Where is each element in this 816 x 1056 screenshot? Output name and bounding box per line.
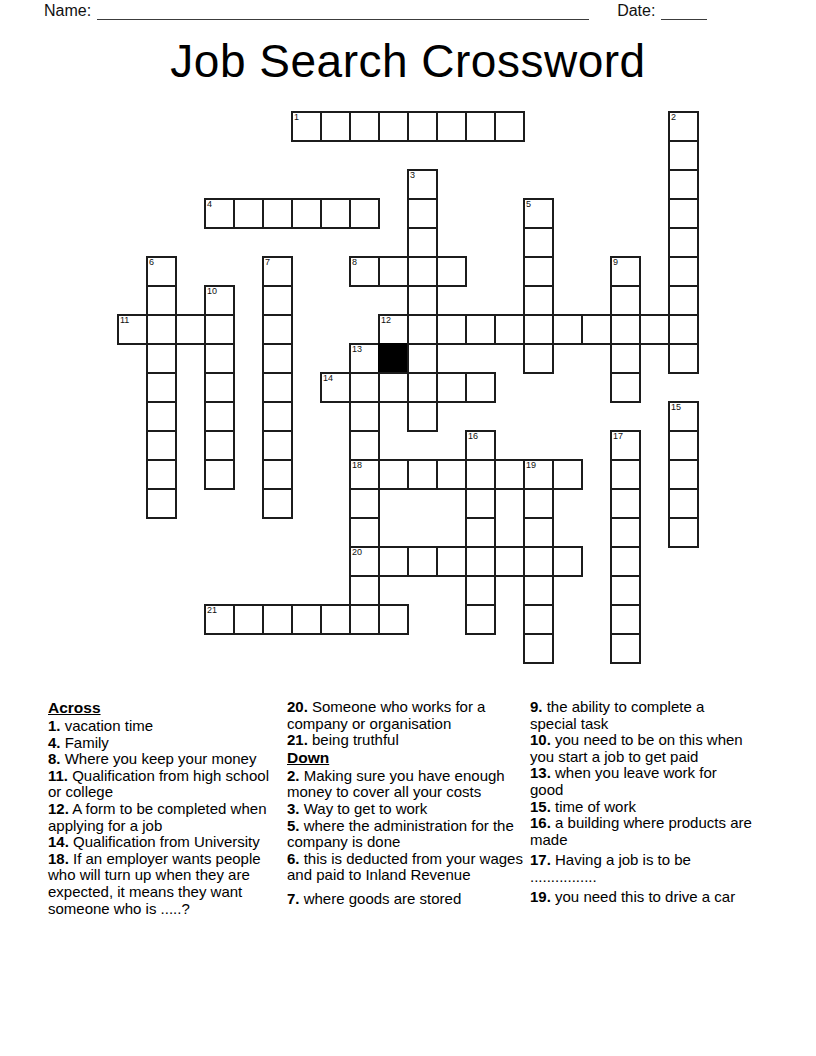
- grid-cell[interactable]: [610, 546, 641, 577]
- grid-cell[interactable]: [668, 169, 699, 200]
- grid-cell[interactable]: [407, 227, 438, 258]
- grid-cell[interactable]: [407, 314, 438, 345]
- grid-cell[interactable]: [494, 546, 525, 577]
- name-label: Name:: [44, 2, 91, 20]
- clue-number-label: 13.: [530, 764, 551, 781]
- grid-clue-number-12: 12: [381, 316, 391, 325]
- worksheet-header: Name: Date:: [44, 2, 772, 20]
- grid-cell[interactable]: [146, 488, 177, 519]
- clue-number-label: 6.: [287, 850, 300, 867]
- grid-cell[interactable]: [204, 314, 235, 345]
- grid-cell[interactable]: [465, 546, 496, 577]
- grid-cell[interactable]: [262, 314, 293, 345]
- grid-cell[interactable]: [610, 633, 641, 664]
- crossword-grid: 123456789101112131415161718192021: [117, 111, 699, 664]
- across-clue-18: 18. If an employer wants people who will…: [48, 851, 284, 917]
- grid-cell[interactable]: [436, 372, 467, 403]
- grid-cell[interactable]: [610, 604, 641, 635]
- grid-cell[interactable]: [262, 285, 293, 316]
- grid-cell[interactable]: [610, 517, 641, 548]
- date-blank-line[interactable]: [661, 4, 707, 20]
- grid-clue-number-2: 2: [671, 113, 676, 122]
- grid-cell[interactable]: [146, 285, 177, 316]
- grid-cell[interactable]: [378, 256, 409, 287]
- grid-cell[interactable]: [262, 430, 293, 461]
- grid-cell[interactable]: [436, 459, 467, 490]
- down-clue-5: 5. where the administration for the comp…: [287, 818, 531, 851]
- grid-cell[interactable]: [320, 604, 351, 635]
- grid-cell[interactable]: [465, 372, 496, 403]
- grid-cell[interactable]: [436, 546, 467, 577]
- grid-cell[interactable]: [494, 314, 525, 345]
- grid-cell[interactable]: [378, 546, 409, 577]
- clue-number-label: 17.: [530, 851, 551, 868]
- grid-cell[interactable]: [378, 372, 409, 403]
- grid-clue-number-4: 4: [207, 200, 212, 209]
- grid-cell[interactable]: [349, 488, 380, 519]
- grid-clue-number-16: 16: [468, 432, 478, 441]
- down-clue-6: 6. this is deducted from your wages and …: [287, 851, 531, 884]
- clue-number-label: 9.: [530, 698, 543, 715]
- grid-cell[interactable]: [523, 343, 554, 374]
- grid-cell[interactable]: [262, 488, 293, 519]
- grid-cell[interactable]: [494, 459, 525, 490]
- grid-cell[interactable]: [146, 430, 177, 461]
- grid-cell[interactable]: [465, 604, 496, 635]
- grid-cell[interactable]: [320, 111, 351, 142]
- across-clue-8: 8. Where you keep your money: [48, 751, 284, 768]
- grid-cell[interactable]: [175, 314, 206, 345]
- clue-number-label: 10.: [530, 731, 551, 748]
- grid-cell[interactable]: [668, 140, 699, 171]
- grid-cell[interactable]: [407, 198, 438, 229]
- grid-cell[interactable]: [523, 314, 554, 345]
- grid-clue-number-3: 3: [410, 171, 415, 180]
- grid-cell[interactable]: [610, 372, 641, 403]
- name-blank-line[interactable]: [97, 4, 589, 20]
- down-clue-15: 15. time of work: [530, 799, 752, 816]
- grid-cell[interactable]: [523, 546, 554, 577]
- down-clue-9: 9. the ability to complete a special tas…: [530, 699, 752, 732]
- grid-cell[interactable]: [668, 430, 699, 461]
- grid-clue-number-15: 15: [671, 403, 681, 412]
- down-clue-7: 7. where goods are stored: [287, 891, 531, 908]
- grid-cell[interactable]: [291, 198, 322, 229]
- grid-clue-number-10: 10: [207, 287, 217, 296]
- grid-cell[interactable]: [407, 546, 438, 577]
- clue-number-label: 19.: [530, 888, 551, 905]
- grid-cell[interactable]: [262, 343, 293, 374]
- across-clue-1: 1. vacation time: [48, 718, 284, 735]
- grid-cell[interactable]: [552, 459, 583, 490]
- grid-cell[interactable]: [407, 401, 438, 432]
- grid-cell[interactable]: [407, 111, 438, 142]
- grid-cell[interactable]: [523, 227, 554, 258]
- grid-cell[interactable]: [668, 314, 699, 345]
- grid-clue-number-21: 21: [207, 606, 217, 615]
- grid-cell[interactable]: [465, 459, 496, 490]
- grid-cell[interactable]: [146, 372, 177, 403]
- across-clue-20: 20. Someone who works for a company or o…: [287, 699, 531, 732]
- grid-cell[interactable]: [407, 285, 438, 316]
- date-label: Date:: [617, 2, 655, 20]
- down-clue-13: 13. when you leave work for good: [530, 765, 752, 798]
- grid-cell[interactable]: [407, 459, 438, 490]
- grid-cell[interactable]: [523, 488, 554, 519]
- across-clue-21: 21. being truthful: [287, 732, 531, 749]
- grid-cell[interactable]: [465, 488, 496, 519]
- grid-cell[interactable]: [436, 256, 467, 287]
- grid-cell[interactable]: [639, 314, 670, 345]
- clue-number-label: 7.: [287, 890, 300, 907]
- grid-cell[interactable]: [349, 401, 380, 432]
- grid-cell[interactable]: [262, 401, 293, 432]
- down-heading: Down: [287, 749, 531, 766]
- grid-cell[interactable]: [436, 314, 467, 345]
- grid-cell[interactable]: [465, 111, 496, 142]
- down-clue-3: 3. Way to get to work: [287, 801, 531, 818]
- grid-clue-number-11: 11: [120, 316, 129, 325]
- grid-cell[interactable]: [407, 256, 438, 287]
- across-heading: Across: [48, 699, 284, 716]
- grid-cell[interactable]: [204, 430, 235, 461]
- grid-cell[interactable]: [523, 517, 554, 548]
- grid-cell[interactable]: [523, 633, 554, 664]
- down-clue-2: 2. Making sure you have enough money to …: [287, 768, 531, 801]
- clue-number-label: 11.: [48, 767, 68, 784]
- grid-cell[interactable]: [668, 227, 699, 258]
- grid-cell[interactable]: [204, 343, 235, 374]
- clue-number-label: 8.: [48, 750, 61, 767]
- grid-cell[interactable]: [523, 256, 554, 287]
- down-clue-10: 10. you need to be on this when you star…: [530, 732, 752, 765]
- grid-cell[interactable]: [610, 314, 641, 345]
- grid-cell[interactable]: [378, 459, 409, 490]
- clues-column-3: 9. the ability to complete a special tas…: [530, 699, 752, 905]
- clue-number-label: 20.: [287, 698, 308, 715]
- grid-cell[interactable]: [668, 517, 699, 548]
- grid-clue-number-17: 17: [613, 432, 623, 441]
- grid-cell[interactable]: [291, 604, 322, 635]
- grid-cell[interactable]: [668, 488, 699, 519]
- clue-number-label: 4.: [48, 734, 61, 751]
- grid-cell[interactable]: [320, 198, 351, 229]
- grid-cell[interactable]: [204, 459, 235, 490]
- grid-cell[interactable]: [262, 459, 293, 490]
- grid-clue-number-1: 1: [294, 113, 299, 122]
- grid-cell[interactable]: [233, 604, 264, 635]
- clue-number-label: 16.: [530, 814, 551, 831]
- grid-cell[interactable]: [465, 517, 496, 548]
- clues-column-1: Across1. vacation time4. Family8. Where …: [48, 699, 284, 917]
- clue-number-label: 21.: [287, 731, 308, 748]
- grid-cell[interactable]: [668, 343, 699, 374]
- clue-number-label: 18.: [48, 850, 69, 867]
- grid-cell[interactable]: [494, 111, 525, 142]
- grid-cell[interactable]: [204, 401, 235, 432]
- grid-cell[interactable]: [233, 198, 264, 229]
- grid-cell[interactable]: [146, 343, 177, 374]
- down-clue-19: 19. you need this to drive a car: [530, 889, 752, 906]
- down-clue-16: 16. a building where products are made: [530, 815, 752, 848]
- grid-cell[interactable]: [668, 285, 699, 316]
- clue-number-label: 2.: [287, 767, 300, 784]
- grid-cell[interactable]: [349, 372, 380, 403]
- grid-cell[interactable]: [668, 459, 699, 490]
- grid-clue-number-13: 13: [352, 345, 362, 354]
- grid-clue-number-18: 18: [352, 461, 362, 470]
- grid-cell[interactable]: [465, 314, 496, 345]
- grid-cell[interactable]: [523, 285, 554, 316]
- grid-cell[interactable]: [465, 575, 496, 606]
- grid-cell[interactable]: [349, 517, 380, 548]
- grid-clue-number-8: 8: [352, 258, 357, 267]
- grid-cell[interactable]: [378, 604, 409, 635]
- grid-clue-number-9: 9: [613, 258, 618, 267]
- grid-cell[interactable]: [349, 430, 380, 461]
- grid-cell[interactable]: [552, 314, 583, 345]
- across-clue-12: 12. A form to be completed when applying…: [48, 801, 284, 834]
- grid-cell[interactable]: [610, 343, 641, 374]
- clues-column-2: 20. Someone who works for a company or o…: [287, 699, 531, 908]
- grid-cell[interactable]: [523, 575, 554, 606]
- across-clue-4: 4. Family: [48, 735, 284, 752]
- grid-clue-number-7: 7: [265, 258, 270, 267]
- grid-cell[interactable]: [146, 314, 177, 345]
- grid-cell[interactable]: [262, 372, 293, 403]
- grid-cell[interactable]: [610, 285, 641, 316]
- grid-cell[interactable]: [436, 111, 467, 142]
- across-clue-14: 14. Qualification from University: [48, 834, 284, 851]
- grid-clue-number-19: 19: [526, 461, 536, 470]
- clue-number-label: 1.: [48, 717, 61, 734]
- grid-cell[interactable]: [407, 343, 438, 374]
- grid-cell[interactable]: [262, 198, 293, 229]
- grid-cell[interactable]: [668, 256, 699, 287]
- grid-clue-number-5: 5: [526, 200, 531, 209]
- clue-number-label: 3.: [287, 800, 300, 817]
- grid-cell[interactable]: [610, 575, 641, 606]
- grid-clue-number-14: 14: [323, 374, 333, 383]
- grid-cell[interactable]: [262, 604, 293, 635]
- grid-cell[interactable]: [146, 401, 177, 432]
- down-clue-17: 17. Having a job is to be ..............…: [530, 852, 752, 885]
- grid-cell[interactable]: [581, 314, 612, 345]
- clue-number-label: 14.: [48, 833, 69, 850]
- grid-clue-number-20: 20: [352, 548, 362, 557]
- grid-cell[interactable]: [407, 372, 438, 403]
- grid-cell[interactable]: [668, 198, 699, 229]
- grid-cell[interactable]: [349, 575, 380, 606]
- grid-cell[interactable]: [552, 546, 583, 577]
- grid-cell[interactable]: [349, 111, 380, 142]
- grid-cell[interactable]: [610, 488, 641, 519]
- clue-number-label: 15.: [530, 798, 551, 815]
- clue-number-label: 5.: [287, 817, 300, 834]
- grid-cell[interactable]: [349, 604, 380, 635]
- grid-cell[interactable]: [349, 198, 380, 229]
- page-title: Job Search Crossword: [0, 36, 816, 86]
- grid-clue-number-6: 6: [149, 258, 154, 267]
- grid-cell[interactable]: [146, 459, 177, 490]
- clue-number-label: 12.: [48, 800, 69, 817]
- grid-cell[interactable]: [204, 372, 235, 403]
- across-clue-11: 11. Qualification from high school or co…: [48, 768, 284, 801]
- grid-cell[interactable]: [610, 459, 641, 490]
- blocked-cell: [378, 343, 409, 374]
- grid-cell[interactable]: [523, 604, 554, 635]
- grid-cell[interactable]: [378, 111, 409, 142]
